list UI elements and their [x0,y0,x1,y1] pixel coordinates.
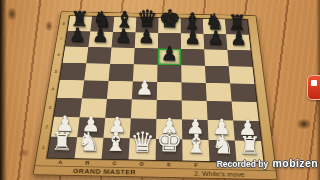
piece-black-king-e8[interactable]: ♚ [158,6,181,31]
piece-white-bishop-c1[interactable]: ♝ [104,129,128,156]
piece-black-pawn-c7[interactable]: ♟ [115,27,132,46]
mobizen-logo: mobizen [273,157,318,169]
piece-black-pawn-b7[interactable]: ♟ [92,27,109,46]
piece-black-pawn-f7[interactable]: ♟ [184,29,201,48]
screen: ABCDEFGH 87654321 GRAND MASTER 2. White'… [0,0,320,180]
recorded-by-text: Recorded by [217,159,269,169]
piece-black-pawn-d7[interactable]: ♟ [138,28,155,47]
piece-white-knight-b1[interactable]: ♞ [77,129,101,155]
piece-white-queen-d1[interactable]: ♛ [130,128,156,156]
mobizen-watermark: Recorded by mobizen [217,153,318,171]
piece-white-bishop-f1[interactable]: ♝ [184,131,208,158]
piece-white-rook-a1[interactable]: ♜ [51,130,73,155]
piece-black-pawn-h7[interactable]: ♟ [230,29,247,48]
piece-white-king-e1[interactable]: ♚ [156,127,183,157]
record-icon [311,80,317,86]
piece-black-pawn-g7[interactable]: ♟ [207,29,224,48]
piece-white-pawn-d4[interactable]: ♟ [135,77,153,97]
mobizen-record-widget[interactable] [307,75,320,100]
piece-black-pawn-a7[interactable]: ♟ [69,26,86,45]
piece-black-pawn-e6[interactable]: ♟ [161,44,179,63]
